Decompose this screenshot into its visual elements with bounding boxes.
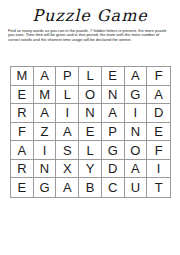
grid-cell[interactable]: E (11, 86, 34, 105)
grid-cell[interactable]: I (34, 141, 57, 160)
grid-cell[interactable]: R (11, 160, 34, 179)
grid-cell[interactable]: R (11, 104, 34, 123)
grid-cell[interactable]: I (147, 160, 170, 179)
grid-cell[interactable]: O (79, 86, 102, 105)
grid-cell[interactable]: M (11, 67, 34, 86)
worksheet-page: Puzzle Game Find as many words as you ca… (0, 0, 180, 255)
grid-cell[interactable]: P (102, 123, 125, 142)
grid-cell[interactable]: D (147, 104, 170, 123)
grid-cell[interactable]: S (56, 141, 79, 160)
grid-cell[interactable]: L (79, 141, 102, 160)
grid-cell[interactable]: A (34, 67, 57, 86)
grid-cell[interactable]: O (125, 141, 148, 160)
grid-cell[interactable]: G (34, 178, 57, 197)
grid-cell[interactable]: T (147, 178, 170, 197)
grid-cell[interactable]: A (56, 178, 79, 197)
grid-cell[interactable]: E (79, 123, 102, 142)
grid-cell[interactable]: N (34, 160, 57, 179)
grid-cell[interactable]: G (125, 86, 148, 105)
grid-cell[interactable]: U (125, 178, 148, 197)
grid-cell[interactable]: N (79, 104, 102, 123)
grid-cell[interactable]: F (147, 67, 170, 86)
grid-cell[interactable]: M (34, 86, 57, 105)
page-title: Puzzle Game (0, 6, 180, 25)
grid-cell[interactable]: D (102, 160, 125, 179)
grid-cell[interactable]: A (125, 160, 148, 179)
grid-cell[interactable]: A (125, 67, 148, 86)
grid-cell[interactable]: Y (79, 160, 102, 179)
grid-cell[interactable]: E (147, 123, 170, 142)
grid-cell[interactable]: I (125, 104, 148, 123)
grid-cell[interactable]: N (125, 123, 148, 142)
grid-cell[interactable]: X (56, 160, 79, 179)
grid-cell[interactable]: A (11, 141, 34, 160)
grid-cell[interactable]: L (56, 86, 79, 105)
grid-cell[interactable]: E (11, 178, 34, 197)
grid-cell[interactable]: L (79, 67, 102, 86)
grid-cell[interactable]: C (102, 178, 125, 197)
grid-cell[interactable]: I (56, 104, 79, 123)
grid-cell[interactable]: A (34, 104, 57, 123)
wordsearch-grid: MAPLEAFEMLONGARAINAIDFZAEPNEAISLGOFRNXYD… (10, 66, 171, 198)
grid-cell[interactable]: N (102, 86, 125, 105)
grid-cell[interactable]: B (79, 178, 102, 197)
grid-cell[interactable]: A (56, 123, 79, 142)
grid-cell[interactable]: P (56, 67, 79, 86)
grid-cell[interactable]: F (11, 123, 34, 142)
grid-cell[interactable]: E (102, 67, 125, 86)
grid-cell[interactable]: G (102, 141, 125, 160)
grid-cell[interactable]: F (147, 141, 170, 160)
grid-cell[interactable]: A (102, 104, 125, 123)
instructions-text: Find as many words as you can in the puz… (8, 29, 172, 42)
grid-cell[interactable]: Z (34, 123, 57, 142)
grid-cell[interactable]: A (147, 86, 170, 105)
